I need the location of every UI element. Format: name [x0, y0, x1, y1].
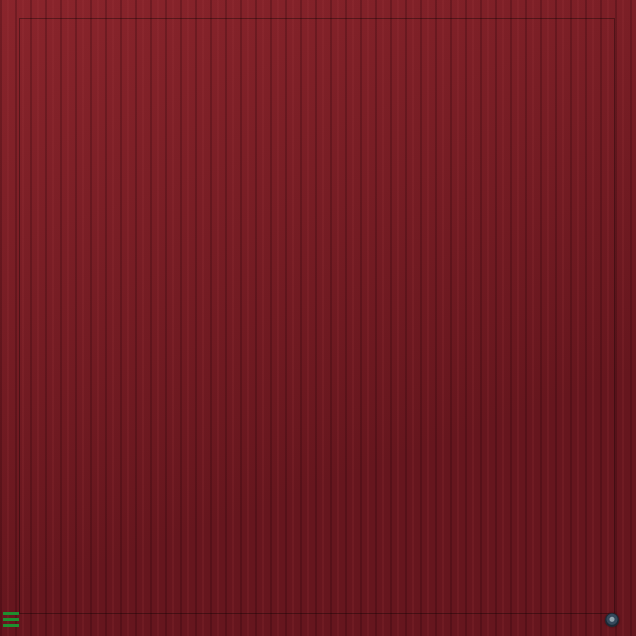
file-labels: [20, 613, 614, 636]
chess-board: [20, 19, 614, 613]
chessboard-window: [0, 0, 636, 636]
rank-labels: [0, 19, 20, 613]
menu-icon[interactable]: [3, 612, 19, 627]
corner-dot-button[interactable]: [605, 613, 619, 627]
